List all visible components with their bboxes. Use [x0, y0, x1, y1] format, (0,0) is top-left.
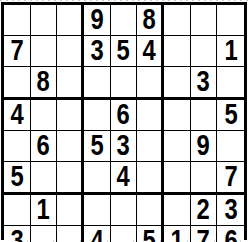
- cell-r6c1[interactable]: 5: [4, 162, 31, 195]
- cell-r2c1[interactable]: 7: [4, 36, 31, 67]
- cell-r2c5[interactable]: 5: [111, 36, 138, 67]
- cell-r5c6[interactable]: [137, 131, 164, 162]
- given-digit: 7: [224, 162, 237, 192]
- cell-r3c7[interactable]: [164, 67, 191, 100]
- cell-r5c5[interactable]: 3: [111, 131, 138, 162]
- cell-r3c8[interactable]: 3: [191, 67, 218, 100]
- given-digit: 5: [90, 131, 103, 161]
- given-digit: 3: [224, 195, 237, 225]
- cell-r3c3[interactable]: [57, 67, 84, 100]
- cell-r6c9[interactable]: 7: [217, 162, 244, 195]
- cell-r6c7[interactable]: [164, 162, 191, 195]
- cell-r7c6[interactable]: [137, 195, 164, 226]
- given-digit: 9: [90, 5, 103, 35]
- cell-r4c9[interactable]: 5: [217, 100, 244, 131]
- given-digit: 2: [197, 195, 210, 225]
- cell-r7c9[interactable]: 3: [217, 195, 244, 226]
- cell-r6c6[interactable]: [137, 162, 164, 195]
- cell-r7c2[interactable]: 1: [31, 195, 58, 226]
- cell-r2c6[interactable]: 4: [137, 36, 164, 67]
- cell-r5c3[interactable]: [57, 131, 84, 162]
- cell-r5c4[interactable]: 5: [84, 131, 111, 162]
- cell-r4c5[interactable]: 6: [111, 100, 138, 131]
- cell-r4c6[interactable]: [137, 100, 164, 131]
- cell-r7c1[interactable]: [4, 195, 31, 226]
- cell-r3c6[interactable]: [137, 67, 164, 100]
- cell-r2c7[interactable]: [164, 36, 191, 67]
- cell-r4c3[interactable]: [57, 100, 84, 131]
- cell-r7c7[interactable]: [164, 195, 191, 226]
- spreadsheet-hairline-top: [0, 0, 249, 1]
- cell-r7c4[interactable]: [84, 195, 111, 226]
- cell-r4c7[interactable]: [164, 100, 191, 131]
- given-digit: 8: [143, 5, 156, 35]
- cell-r5c2[interactable]: 6: [31, 131, 58, 162]
- cell-r6c5[interactable]: 4: [111, 162, 138, 195]
- cell-r6c3[interactable]: [57, 162, 84, 195]
- cell-r1c2[interactable]: [31, 5, 58, 36]
- given-digit: 5: [224, 100, 237, 130]
- cell-r6c2[interactable]: [31, 162, 58, 195]
- cell-r1c1[interactable]: [4, 5, 31, 36]
- cell-r2c4[interactable]: 3: [84, 36, 111, 67]
- sudoku-board: 987354183465653954712334517613: [1, 2, 247, 240]
- given-digit: 6: [117, 100, 130, 130]
- given-digit: 3: [117, 131, 130, 161]
- cell-r1c3[interactable]: [57, 5, 84, 36]
- given-digit: 8: [37, 67, 50, 97]
- given-digit: 5: [10, 162, 23, 192]
- cell-r1c9[interactable]: [217, 5, 244, 36]
- cell-r5c7[interactable]: [164, 131, 191, 162]
- cell-r1c8[interactable]: [191, 5, 218, 36]
- cell-r5c8[interactable]: 9: [191, 131, 218, 162]
- cell-r1c5[interactable]: [111, 5, 138, 36]
- given-digit: 4: [10, 100, 23, 130]
- given-digit: 3: [197, 67, 210, 97]
- given-digit: 1: [37, 195, 50, 225]
- cell-r3c9[interactable]: [217, 67, 244, 100]
- cell-r1c6[interactable]: 8: [137, 5, 164, 36]
- cell-r3c1[interactable]: [4, 67, 31, 100]
- given-digit: 6: [37, 131, 50, 161]
- cell-r4c2[interactable]: [31, 100, 58, 131]
- given-digit: 3: [90, 36, 103, 66]
- cell-r7c5[interactable]: [111, 195, 138, 226]
- cell-r4c8[interactable]: [191, 100, 218, 131]
- cell-r4c1[interactable]: 4: [4, 100, 31, 131]
- sudoku-screenshot: 987354183465653954712334517613: [0, 0, 249, 242]
- given-digit: 9: [197, 131, 210, 161]
- given-digit: 4: [117, 162, 130, 192]
- given-digit: 5: [117, 36, 130, 66]
- cell-r1c4[interactable]: 9: [84, 5, 111, 36]
- cell-r2c9[interactable]: 1: [217, 36, 244, 67]
- given-digit: 4: [143, 36, 156, 66]
- cell-r2c3[interactable]: [57, 36, 84, 67]
- cell-r2c8[interactable]: [191, 36, 218, 67]
- cell-r6c8[interactable]: [191, 162, 218, 195]
- cell-r5c9[interactable]: [217, 131, 244, 162]
- cell-r7c8[interactable]: 2: [191, 195, 218, 226]
- cell-r6c4[interactable]: [84, 162, 111, 195]
- cell-r4c4[interactable]: [84, 100, 111, 131]
- given-digit: 1: [224, 36, 237, 66]
- cell-r7c3[interactable]: [57, 195, 84, 226]
- given-digit: 7: [10, 36, 23, 66]
- cell-r1c7[interactable]: [164, 5, 191, 36]
- cell-r5c1[interactable]: [4, 131, 31, 162]
- cell-r3c5[interactable]: [111, 67, 138, 100]
- cell-r2c2[interactable]: [31, 36, 58, 67]
- cell-r3c2[interactable]: 8: [31, 67, 58, 100]
- cell-r3c4[interactable]: [84, 67, 111, 100]
